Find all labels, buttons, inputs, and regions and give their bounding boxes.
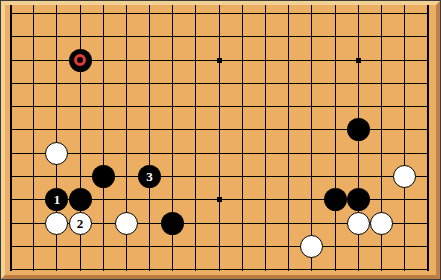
- grid-line-horizontal: [10, 36, 429, 37]
- grid-line-horizontal: [10, 153, 429, 154]
- go-board-frame: 312: [0, 0, 441, 280]
- black-stone-Q13[interactable]: [347, 118, 370, 141]
- grid-line-vertical: [288, 5, 289, 271]
- black-stone-C10[interactable]: 1: [45, 188, 68, 211]
- white-stone-O8[interactable]: [300, 235, 323, 258]
- grid-line-vertical: [242, 5, 243, 271]
- stone-move-number: 3: [146, 169, 153, 184]
- grid-line-horizontal: [10, 13, 429, 14]
- star-point: [217, 58, 222, 63]
- grid-line-vertical: [103, 5, 104, 271]
- star-point: [217, 197, 222, 202]
- white-stone-F9[interactable]: [115, 212, 138, 235]
- grid-line-vertical: [149, 5, 150, 271]
- grid-line-vertical: [404, 5, 405, 271]
- grid-line-horizontal: [10, 246, 429, 247]
- star-point: [356, 58, 361, 63]
- white-stone-C12[interactable]: [45, 142, 68, 165]
- grid-line-vertical: [311, 5, 312, 271]
- grid-line-horizontal: [10, 269, 429, 270]
- grid-line-vertical: [195, 5, 196, 271]
- white-stone-R9[interactable]: [370, 212, 393, 235]
- grid-line-vertical: [427, 5, 429, 271]
- grid-line-vertical: [219, 5, 220, 271]
- grid-line-horizontal: [10, 106, 429, 107]
- black-stone-G11[interactable]: 3: [138, 165, 161, 188]
- grid-line-horizontal: [10, 83, 429, 84]
- black-stone-Q10[interactable]: [347, 188, 370, 211]
- red-circle-marker-icon: [74, 54, 86, 66]
- white-stone-Q9[interactable]: [347, 212, 370, 235]
- grid-line-vertical: [33, 5, 34, 271]
- white-stone-C9[interactable]: [45, 212, 68, 235]
- white-stone-D9[interactable]: 2: [69, 212, 92, 235]
- grid-line-vertical: [335, 5, 336, 271]
- grid-line-vertical: [10, 5, 12, 271]
- black-stone-D16[interactable]: [69, 49, 92, 72]
- stone-move-number: 2: [77, 216, 84, 231]
- black-stone-H9[interactable]: [161, 212, 184, 235]
- grid-line-vertical: [265, 5, 266, 271]
- black-stone-E11[interactable]: [92, 165, 115, 188]
- white-stone-S11[interactable]: [393, 165, 416, 188]
- stone-move-number: 1: [54, 192, 61, 207]
- board-bevel: 312: [1, 1, 440, 279]
- go-board[interactable]: 312: [5, 5, 436, 275]
- black-stone-P10[interactable]: [324, 188, 347, 211]
- grid-line-horizontal: [10, 176, 429, 177]
- black-stone-D10[interactable]: [69, 188, 92, 211]
